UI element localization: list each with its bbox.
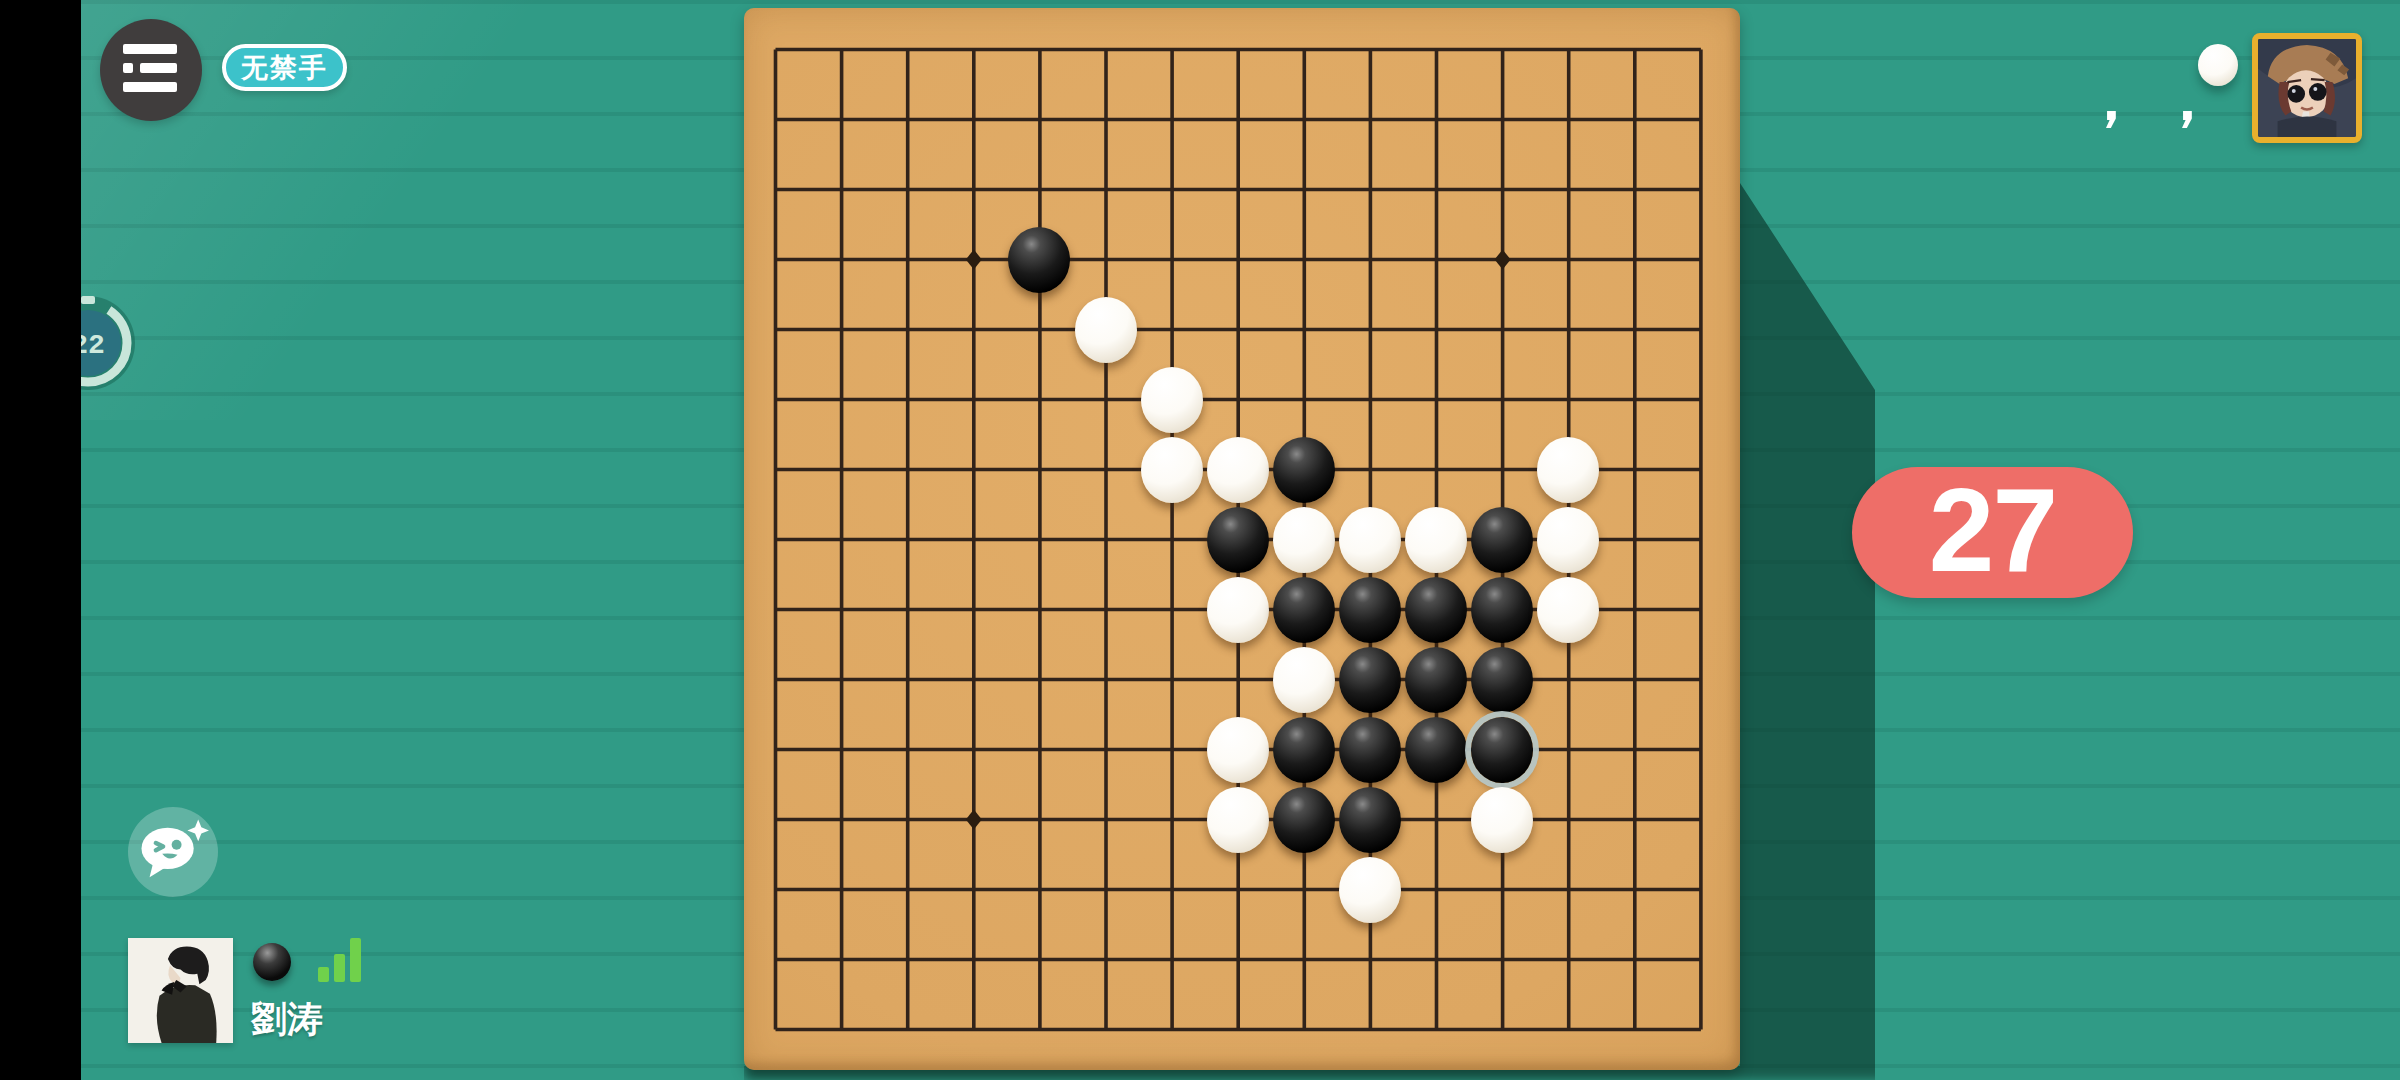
connection-strength-icon — [318, 938, 384, 982]
move-countdown-timer: 27 — [1852, 467, 2133, 598]
stone-white — [1207, 577, 1269, 643]
stone-black — [1405, 717, 1467, 783]
stone-black — [1339, 647, 1401, 713]
rule-badge-label: 无禁手 — [241, 50, 328, 86]
stone-black — [1339, 577, 1401, 643]
stone-white — [1075, 297, 1137, 363]
stone-black — [1471, 507, 1533, 573]
stone-white — [1537, 577, 1599, 643]
stone-white — [1405, 507, 1467, 573]
stone-black — [1471, 577, 1533, 643]
stone-white — [1537, 437, 1599, 503]
rule-badge: 无禁手 — [222, 44, 347, 91]
stone-black — [1273, 787, 1335, 853]
stone-black — [1339, 717, 1401, 783]
stone-white — [1339, 857, 1401, 923]
stone-black — [1339, 787, 1401, 853]
stone-black — [1008, 227, 1070, 293]
stone-white — [1141, 437, 1203, 503]
left-letterbox-bar — [0, 0, 81, 1080]
stone-white — [1207, 717, 1269, 783]
menu-button[interactable] — [100, 19, 202, 121]
stone-black-last-move — [1471, 717, 1533, 783]
player-stone-color-black — [253, 943, 291, 981]
stone-white — [1207, 787, 1269, 853]
side-timer-tick — [81, 296, 95, 304]
stone-black — [1405, 577, 1467, 643]
chat-button[interactable] — [128, 807, 218, 897]
stone-white — [1339, 507, 1401, 573]
stone-white — [1273, 647, 1335, 713]
opponent-thinking-indicator: ，，，， — [2080, 58, 2250, 138]
stone-white — [1207, 437, 1269, 503]
opponent-avatar[interactable] — [2252, 33, 2362, 143]
sparkle-icon — [187, 820, 209, 842]
hamburger-menu-icon — [123, 44, 177, 92]
stones-layer[interactable] — [742, 15, 1733, 1065]
stone-black — [1273, 437, 1335, 503]
stone-black — [1405, 647, 1467, 713]
game-screen: 无禁手 22 — [0, 0, 2400, 1080]
stone-white — [1471, 787, 1533, 853]
player-name: 劉涛 — [251, 995, 323, 1044]
move-countdown-value: 27 — [1929, 462, 2056, 598]
chat-bubble-wink-icon — [128, 807, 218, 897]
stone-black — [1273, 717, 1335, 783]
player-avatar[interactable] — [128, 938, 233, 1043]
stone-black — [1273, 577, 1335, 643]
stone-white — [1273, 507, 1335, 573]
stone-black — [1471, 647, 1533, 713]
stone-white — [1141, 367, 1203, 433]
stone-white — [1537, 507, 1599, 573]
stone-black — [1207, 507, 1269, 573]
